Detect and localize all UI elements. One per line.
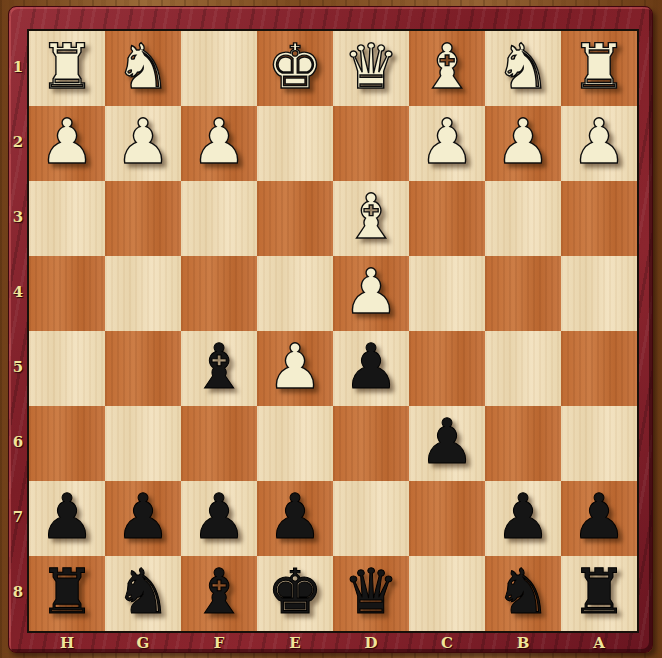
- piece-white-king[interactable]: ♚: [267, 36, 323, 98]
- square-g4[interactable]: [105, 256, 181, 331]
- square-c3[interactable]: [409, 181, 485, 256]
- square-a5[interactable]: [561, 331, 637, 406]
- square-h4[interactable]: [29, 256, 105, 331]
- file-label-g: G: [105, 632, 181, 653]
- piece-white-bishop[interactable]: ♝: [419, 36, 475, 98]
- square-c7[interactable]: [409, 481, 485, 556]
- square-e5[interactable]: ♟: [257, 331, 333, 406]
- rank-label-3: 3: [8, 179, 28, 254]
- square-a1[interactable]: ♜: [561, 31, 637, 106]
- square-c1[interactable]: ♝: [409, 31, 485, 106]
- rank-labels: 12345678: [8, 29, 28, 629]
- square-a8[interactable]: ♜: [561, 556, 637, 631]
- piece-white-bishop[interactable]: ♝: [343, 186, 399, 248]
- piece-black-rook[interactable]: ♜: [39, 561, 95, 623]
- piece-white-rook[interactable]: ♜: [571, 36, 627, 98]
- square-b7[interactable]: ♟: [485, 481, 561, 556]
- square-c6[interactable]: ♟: [409, 406, 485, 481]
- square-g2[interactable]: ♟: [105, 106, 181, 181]
- square-a3[interactable]: [561, 181, 637, 256]
- piece-black-knight[interactable]: ♞: [115, 561, 171, 623]
- square-d1[interactable]: ♛: [333, 31, 409, 106]
- square-h8[interactable]: ♜: [29, 556, 105, 631]
- piece-white-pawn[interactable]: ♟: [115, 111, 171, 173]
- rank-label-2: 2: [8, 104, 28, 179]
- square-b4[interactable]: [485, 256, 561, 331]
- square-b5[interactable]: [485, 331, 561, 406]
- square-f6[interactable]: [181, 406, 257, 481]
- square-h5[interactable]: [29, 331, 105, 406]
- square-e7[interactable]: ♟: [257, 481, 333, 556]
- square-e8[interactable]: ♚: [257, 556, 333, 631]
- square-a7[interactable]: ♟: [561, 481, 637, 556]
- rank-label-7: 7: [8, 479, 28, 554]
- square-g3[interactable]: [105, 181, 181, 256]
- file-labels: HGFEDCBA: [29, 632, 637, 653]
- square-d3[interactable]: ♝: [333, 181, 409, 256]
- piece-black-knight[interactable]: ♞: [495, 561, 551, 623]
- square-f8[interactable]: ♝: [181, 556, 257, 631]
- square-d4[interactable]: ♟: [333, 256, 409, 331]
- square-d2[interactable]: [333, 106, 409, 181]
- square-e4[interactable]: [257, 256, 333, 331]
- square-b6[interactable]: [485, 406, 561, 481]
- square-h2[interactable]: ♟: [29, 106, 105, 181]
- piece-white-pawn[interactable]: ♟: [267, 336, 323, 398]
- file-label-d: D: [333, 632, 409, 653]
- square-a6[interactable]: [561, 406, 637, 481]
- piece-black-pawn[interactable]: ♟: [191, 486, 247, 548]
- square-b1[interactable]: ♞: [485, 31, 561, 106]
- rank-label-1: 1: [8, 29, 28, 104]
- piece-black-pawn[interactable]: ♟: [39, 486, 95, 548]
- piece-black-pawn[interactable]: ♟: [571, 486, 627, 548]
- square-f4[interactable]: [181, 256, 257, 331]
- piece-black-bishop[interactable]: ♝: [191, 561, 247, 623]
- square-g7[interactable]: ♟: [105, 481, 181, 556]
- piece-black-pawn[interactable]: ♟: [115, 486, 171, 548]
- piece-black-bishop[interactable]: ♝: [191, 336, 247, 398]
- piece-white-pawn[interactable]: ♟: [191, 111, 247, 173]
- square-b8[interactable]: ♞: [485, 556, 561, 631]
- piece-black-pawn[interactable]: ♟: [419, 411, 475, 473]
- piece-white-pawn[interactable]: ♟: [571, 111, 627, 173]
- square-e6[interactable]: [257, 406, 333, 481]
- square-f3[interactable]: [181, 181, 257, 256]
- file-label-h: H: [29, 632, 105, 653]
- square-c4[interactable]: [409, 256, 485, 331]
- piece-white-knight[interactable]: ♞: [495, 36, 551, 98]
- square-h3[interactable]: [29, 181, 105, 256]
- square-g5[interactable]: [105, 331, 181, 406]
- piece-black-rook[interactable]: ♜: [571, 561, 627, 623]
- square-g6[interactable]: [105, 406, 181, 481]
- square-h1[interactable]: ♜: [29, 31, 105, 106]
- rank-label-5: 5: [8, 329, 28, 404]
- square-f1[interactable]: [181, 31, 257, 106]
- rank-label-4: 4: [8, 254, 28, 329]
- rank-label-6: 6: [8, 404, 28, 479]
- square-g8[interactable]: ♞: [105, 556, 181, 631]
- piece-white-pawn[interactable]: ♟: [495, 111, 551, 173]
- piece-white-pawn[interactable]: ♟: [39, 111, 95, 173]
- piece-black-king[interactable]: ♚: [267, 561, 323, 623]
- piece-black-queen[interactable]: ♛: [343, 561, 399, 623]
- square-b3[interactable]: [485, 181, 561, 256]
- piece-black-pawn[interactable]: ♟: [495, 486, 551, 548]
- piece-white-pawn[interactable]: ♟: [419, 111, 475, 173]
- square-c8[interactable]: [409, 556, 485, 631]
- piece-white-queen[interactable]: ♛: [343, 36, 399, 98]
- square-d7[interactable]: [333, 481, 409, 556]
- square-c2[interactable]: ♟: [409, 106, 485, 181]
- piece-black-pawn[interactable]: ♟: [343, 336, 399, 398]
- square-f2[interactable]: ♟: [181, 106, 257, 181]
- square-b2[interactable]: ♟: [485, 106, 561, 181]
- square-e2[interactable]: [257, 106, 333, 181]
- square-h6[interactable]: [29, 406, 105, 481]
- square-g1[interactable]: ♞: [105, 31, 181, 106]
- square-d5[interactable]: ♟: [333, 331, 409, 406]
- square-c5[interactable]: [409, 331, 485, 406]
- file-label-c: C: [409, 632, 485, 653]
- square-f5[interactable]: ♝: [181, 331, 257, 406]
- piece-black-pawn[interactable]: ♟: [267, 486, 323, 548]
- piece-white-pawn[interactable]: ♟: [343, 261, 399, 323]
- square-e1[interactable]: ♚: [257, 31, 333, 106]
- rank-label-8: 8: [8, 554, 28, 629]
- piece-white-knight[interactable]: ♞: [115, 36, 171, 98]
- file-label-b: B: [485, 632, 561, 653]
- square-a4[interactable]: [561, 256, 637, 331]
- file-label-e: E: [257, 632, 333, 653]
- piece-white-rook[interactable]: ♜: [39, 36, 95, 98]
- chess-board: ♜♞♚♛♝♞♜♟♟♟♟♟♟♝♟♝♟♟♟♟♟♟♟♟♟♜♞♝♚♛♞♜: [27, 29, 639, 633]
- square-d8[interactable]: ♛: [333, 556, 409, 631]
- square-e3[interactable]: [257, 181, 333, 256]
- file-label-a: A: [561, 632, 637, 653]
- square-f7[interactable]: ♟: [181, 481, 257, 556]
- square-d6[interactable]: [333, 406, 409, 481]
- square-a2[interactable]: ♟: [561, 106, 637, 181]
- square-h7[interactable]: ♟: [29, 481, 105, 556]
- file-label-f: F: [181, 632, 257, 653]
